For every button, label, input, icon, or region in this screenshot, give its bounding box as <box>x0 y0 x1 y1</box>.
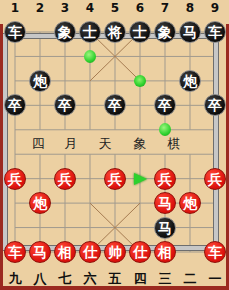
piece-red-elephant[interactable]: 相 <box>54 241 76 263</box>
piece-black-elephant[interactable]: 象 <box>154 21 176 43</box>
piece-black-advisor[interactable]: 士 <box>129 21 151 43</box>
col-label-top-7: 7 <box>153 1 177 15</box>
piece-black-cannon[interactable]: 炮 <box>179 70 201 92</box>
piece-red-soldier[interactable]: 兵 <box>4 168 26 190</box>
piece-black-horse[interactable]: 马 <box>179 21 201 43</box>
col-label-top-4: 4 <box>78 1 102 15</box>
col-label-top-1: 1 <box>3 1 27 15</box>
piece-red-soldier[interactable]: 兵 <box>54 168 76 190</box>
river-char: 棋 <box>166 135 182 153</box>
river-char: 天 <box>97 135 113 153</box>
xiangqi-app: 四月天象棋 车象士将士象马车炮炮卒卒卒卒卒马兵兵兵兵兵炮马炮车马相仕帅仕相车 1… <box>0 0 229 290</box>
river-char: 四 <box>30 135 46 153</box>
river-char: 象 <box>132 135 148 153</box>
move-marker-arrow[interactable] <box>134 173 147 185</box>
col-label-top-6: 6 <box>128 1 152 15</box>
piece-black-cannon[interactable]: 炮 <box>29 70 51 92</box>
piece-black-chariot[interactable]: 车 <box>204 21 226 43</box>
piece-black-chariot[interactable]: 车 <box>4 21 26 43</box>
col-label-top-3: 3 <box>53 1 77 15</box>
board-edge-right <box>226 24 229 290</box>
piece-black-advisor[interactable]: 士 <box>79 21 101 43</box>
col-label-top-5: 5 <box>103 1 127 15</box>
piece-red-elephant[interactable]: 相 <box>154 241 176 263</box>
col-label-top-9: 9 <box>203 1 227 15</box>
piece-red-cannon[interactable]: 炮 <box>179 192 201 214</box>
piece-red-soldier[interactable]: 兵 <box>154 168 176 190</box>
board-edge-left <box>0 24 3 290</box>
move-marker-blob[interactable] <box>84 50 96 63</box>
piece-red-horse[interactable]: 马 <box>154 192 176 214</box>
col-label-top-8: 8 <box>178 1 202 15</box>
piece-red-advisor[interactable]: 仕 <box>129 241 151 263</box>
move-marker-blob[interactable] <box>159 123 171 136</box>
piece-red-advisor[interactable]: 仕 <box>79 241 101 263</box>
piece-red-general[interactable]: 帅 <box>104 241 126 263</box>
piece-red-cannon[interactable]: 炮 <box>29 192 51 214</box>
river-char: 月 <box>63 135 79 153</box>
board-edge-bottom <box>0 286 229 290</box>
piece-red-horse[interactable]: 马 <box>29 241 51 263</box>
piece-red-soldier[interactable]: 兵 <box>104 168 126 190</box>
piece-black-general[interactable]: 将 <box>104 21 126 43</box>
piece-black-elephant[interactable]: 象 <box>54 21 76 43</box>
piece-red-soldier[interactable]: 兵 <box>204 168 226 190</box>
col-label-top-2: 2 <box>28 1 52 15</box>
piece-red-chariot[interactable]: 车 <box>4 241 26 263</box>
move-marker-dot[interactable] <box>134 75 146 87</box>
piece-black-horse[interactable]: 马 <box>154 217 176 239</box>
piece-red-chariot[interactable]: 车 <box>204 241 226 263</box>
